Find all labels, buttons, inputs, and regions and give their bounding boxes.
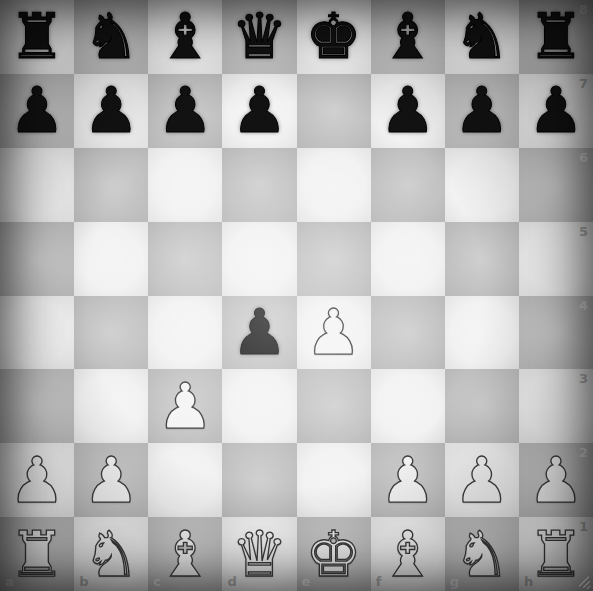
coord-rank-4: 4 [579,299,588,312]
coord-rank-1: 1 [579,520,588,533]
square-c1[interactable]: ♝c [148,517,222,591]
square-d3[interactable] [222,369,296,443]
square-h5[interactable]: 5 [519,222,593,296]
piece-black-pawn[interactable]: ♟ [445,74,519,148]
square-c4[interactable] [148,296,222,370]
piece-black-queen[interactable]: ♛ [222,0,296,74]
coord-file-c: c [153,575,161,588]
square-h6[interactable]: 6 [519,148,593,222]
square-a1[interactable]: ♜a [0,517,74,591]
coord-file-d: d [227,575,236,588]
square-a5[interactable] [0,222,74,296]
chess-app: ♜♞♝♛♚♝♞♜8♟♟♟♟♟♟♟765♟♟4♟3♟♟♟♟♟2♜a♞b♝c♛d♚e… [0,0,593,591]
square-e6[interactable] [297,148,371,222]
square-g7[interactable]: ♟ [445,74,519,148]
square-a8[interactable]: ♜ [0,0,74,74]
square-d1[interactable]: ♛d [222,517,296,591]
square-f3[interactable] [371,369,445,443]
square-c6[interactable] [148,148,222,222]
piece-black-rook[interactable]: ♜ [0,0,74,74]
piece-black-pawn[interactable]: ♟ [148,74,222,148]
coord-file-f: f [376,575,382,588]
resize-handle-icon[interactable] [576,574,592,590]
square-e2[interactable] [297,443,371,517]
coord-rank-6: 6 [579,151,588,164]
square-e1[interactable]: ♚e [297,517,371,591]
piece-white-pawn[interactable]: ♟ [74,443,148,517]
coord-rank-2: 2 [579,446,588,459]
square-h3[interactable]: 3 [519,369,593,443]
square-f7[interactable]: ♟ [371,74,445,148]
square-e4[interactable]: ♟ [297,296,371,370]
coord-rank-8: 8 [579,3,588,16]
coord-file-a: a [5,575,14,588]
square-c5[interactable] [148,222,222,296]
square-e7[interactable] [297,74,371,148]
piece-black-knight[interactable]: ♞ [74,0,148,74]
piece-black-pawn[interactable]: ♟ [371,74,445,148]
square-g8[interactable]: ♞ [445,0,519,74]
square-e3[interactable] [297,369,371,443]
piece-white-pawn[interactable]: ♟ [297,296,371,370]
square-b1[interactable]: ♞b [74,517,148,591]
square-c7[interactable]: ♟ [148,74,222,148]
piece-white-pawn[interactable]: ♟ [0,443,74,517]
piece-white-bishop[interactable]: ♝ [371,517,445,591]
square-a4[interactable] [0,296,74,370]
square-a7[interactable]: ♟ [0,74,74,148]
square-c2[interactable] [148,443,222,517]
square-a2[interactable]: ♟ [0,443,74,517]
square-b8[interactable]: ♞ [74,0,148,74]
square-h2[interactable]: ♟2 [519,443,593,517]
square-g4[interactable] [445,296,519,370]
piece-black-pawn[interactable]: ♟ [222,74,296,148]
coord-file-h: h [524,575,533,588]
square-b4[interactable] [74,296,148,370]
piece-black-pawn[interactable]: ♟ [222,296,296,370]
piece-white-pawn[interactable]: ♟ [445,443,519,517]
piece-black-knight[interactable]: ♞ [445,0,519,74]
square-g5[interactable] [445,222,519,296]
square-g3[interactable] [445,369,519,443]
square-g1[interactable]: ♞g [445,517,519,591]
square-d5[interactable] [222,222,296,296]
square-d7[interactable]: ♟ [222,74,296,148]
square-f1[interactable]: ♝f [371,517,445,591]
square-f6[interactable] [371,148,445,222]
square-a6[interactable] [0,148,74,222]
coord-rank-7: 7 [579,77,588,90]
square-h8[interactable]: ♜8 [519,0,593,74]
coord-file-e: e [302,575,311,588]
square-c3[interactable]: ♟ [148,369,222,443]
square-b6[interactable] [74,148,148,222]
square-g6[interactable] [445,148,519,222]
square-d4[interactable]: ♟ [222,296,296,370]
square-a3[interactable] [0,369,74,443]
square-b7[interactable]: ♟ [74,74,148,148]
square-d8[interactable]: ♛ [222,0,296,74]
square-e8[interactable]: ♚ [297,0,371,74]
piece-white-pawn[interactable]: ♟ [371,443,445,517]
piece-white-pawn[interactable]: ♟ [148,369,222,443]
square-c8[interactable]: ♝ [148,0,222,74]
square-d2[interactable] [222,443,296,517]
square-b2[interactable]: ♟ [74,443,148,517]
square-b3[interactable] [74,369,148,443]
square-h7[interactable]: ♟7 [519,74,593,148]
square-d6[interactable] [222,148,296,222]
piece-black-king[interactable]: ♚ [297,0,371,74]
piece-black-bishop[interactable]: ♝ [148,0,222,74]
square-g2[interactable]: ♟ [445,443,519,517]
piece-black-bishop[interactable]: ♝ [371,0,445,74]
chess-board[interactable]: ♜♞♝♛♚♝♞♜8♟♟♟♟♟♟♟765♟♟4♟3♟♟♟♟♟2♜a♞b♝c♛d♚e… [0,0,593,591]
piece-black-pawn[interactable]: ♟ [74,74,148,148]
piece-black-pawn[interactable]: ♟ [0,74,74,148]
coord-file-g: g [450,575,459,588]
coord-rank-3: 3 [579,372,588,385]
square-h4[interactable]: 4 [519,296,593,370]
square-f5[interactable] [371,222,445,296]
square-b5[interactable] [74,222,148,296]
square-f8[interactable]: ♝ [371,0,445,74]
coord-rank-5: 5 [579,225,588,238]
coord-file-b: b [79,575,88,588]
square-f4[interactable] [371,296,445,370]
square-e5[interactable] [297,222,371,296]
square-f2[interactable]: ♟ [371,443,445,517]
